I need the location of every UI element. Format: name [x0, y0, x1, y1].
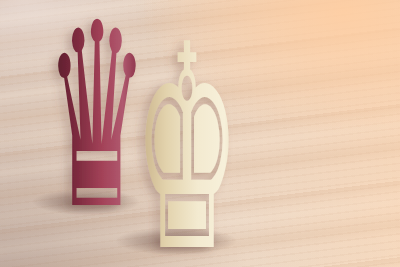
chess-pieces-photo: ♛ ♚ — [0, 0, 400, 267]
dark-queen-glyph: ♛ — [46, 0, 149, 266]
pieces-scene: ♛ ♚ — [0, 0, 400, 267]
dark-queen-piece: ♛ — [46, 0, 149, 266]
white-king-piece: ♚ — [134, 0, 241, 267]
white-king-glyph: ♚ — [134, 0, 241, 267]
